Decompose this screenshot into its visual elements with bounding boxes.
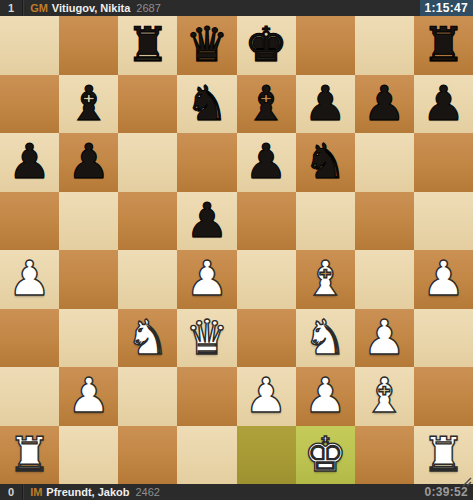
square-a8[interactable] [0,16,59,75]
black-pawn-piece[interactable]: ♟ [245,137,288,185]
white-pawn-piece[interactable]: ♟ [363,313,406,361]
square-g2[interactable]: ♝ [355,367,414,426]
square-a3[interactable] [0,309,59,368]
square-b7[interactable]: ♝ [59,75,118,134]
white-queen-piece[interactable]: ♛ [185,313,228,361]
square-e2[interactable]: ♟ [237,367,296,426]
white-king-piece[interactable]: ♚ [304,430,347,478]
square-c7[interactable] [118,75,177,134]
bottom-player-title: IM [30,484,42,500]
square-g4[interactable] [355,250,414,309]
square-g7[interactable]: ♟ [355,75,414,134]
chess-board: ♜♛♚♜♝♞♝♟♟♟♟♟♟♞♟♟♟♝♟♞♛♞♟♟♟♟♝♜♚♜ [0,16,473,484]
bottom-player-score: 0 [0,484,23,500]
white-knight-piece[interactable]: ♞ [304,313,347,361]
black-pawn-piece[interactable]: ♟ [8,137,51,185]
square-h6[interactable] [414,133,473,192]
square-a4[interactable]: ♟ [0,250,59,309]
square-h4[interactable]: ♟ [414,250,473,309]
square-c3[interactable]: ♞ [118,309,177,368]
square-g1[interactable] [355,426,414,485]
square-b2[interactable]: ♟ [59,367,118,426]
square-f2[interactable]: ♟ [296,367,355,426]
black-pawn-piece[interactable]: ♟ [67,137,110,185]
square-e8[interactable]: ♚ [237,16,296,75]
square-e6[interactable]: ♟ [237,133,296,192]
square-c4[interactable] [118,250,177,309]
black-pawn-piece[interactable]: ♟ [363,79,406,127]
resize-handle-icon[interactable] [461,476,472,487]
square-f7[interactable]: ♟ [296,75,355,134]
square-e4[interactable] [237,250,296,309]
square-d1[interactable] [177,426,236,485]
square-d2[interactable] [177,367,236,426]
square-g5[interactable] [355,192,414,251]
square-a2[interactable] [0,367,59,426]
square-b5[interactable] [59,192,118,251]
chess-broadcast-widget: 1 GM Vitiugov, Nikita 2687 1:15:47 ♜♛♚♜♝… [0,0,473,500]
top-player-rating: 2687 [136,0,160,16]
black-bishop-piece[interactable]: ♝ [245,79,288,127]
square-b4[interactable] [59,250,118,309]
white-pawn-piece[interactable]: ♟ [245,371,288,419]
square-f3[interactable]: ♞ [296,309,355,368]
square-f6[interactable]: ♞ [296,133,355,192]
black-queen-piece[interactable]: ♛ [185,20,228,68]
square-d8[interactable]: ♛ [177,16,236,75]
square-f5[interactable] [296,192,355,251]
black-rook-piece[interactable]: ♜ [126,20,169,68]
white-bishop-piece[interactable]: ♝ [363,371,406,419]
top-player-title: GM [30,0,48,16]
square-f8[interactable] [296,16,355,75]
square-f4[interactable]: ♝ [296,250,355,309]
square-g8[interactable] [355,16,414,75]
square-e1[interactable] [237,426,296,485]
square-c1[interactable] [118,426,177,485]
white-knight-piece[interactable]: ♞ [126,313,169,361]
square-g3[interactable]: ♟ [355,309,414,368]
square-f1[interactable]: ♚ [296,426,355,485]
square-d6[interactable] [177,133,236,192]
top-player-bar: 1 GM Vitiugov, Nikita 2687 1:15:47 [0,0,473,16]
square-h2[interactable] [414,367,473,426]
black-bishop-piece[interactable]: ♝ [67,79,110,127]
square-d4[interactable]: ♟ [177,250,236,309]
black-knight-piece[interactable]: ♞ [185,79,228,127]
square-c8[interactable]: ♜ [118,16,177,75]
square-h3[interactable] [414,309,473,368]
white-bishop-piece[interactable]: ♝ [304,254,347,302]
square-a1[interactable]: ♜ [0,426,59,485]
bottom-player-rating: 2462 [135,484,159,500]
top-player-name: Vitiugov, Nikita [52,0,130,16]
bottom-player-bar: 0 IM Pfreundt, Jakob 2462 0:39:52 [0,484,473,500]
square-b8[interactable] [59,16,118,75]
square-h7[interactable]: ♟ [414,75,473,134]
square-d7[interactable]: ♞ [177,75,236,134]
square-h8[interactable]: ♜ [414,16,473,75]
square-g6[interactable] [355,133,414,192]
square-b6[interactable]: ♟ [59,133,118,192]
black-pawn-piece[interactable]: ♟ [422,79,465,127]
black-pawn-piece[interactable]: ♟ [304,79,347,127]
white-rook-piece[interactable]: ♜ [422,430,465,478]
square-a6[interactable]: ♟ [0,133,59,192]
black-pawn-piece[interactable]: ♟ [185,196,228,244]
white-pawn-piece[interactable]: ♟ [185,254,228,302]
top-player-score: 1 [0,0,23,16]
square-c5[interactable] [118,192,177,251]
black-knight-piece[interactable]: ♞ [304,137,347,185]
square-d3[interactable]: ♛ [177,309,236,368]
white-pawn-piece[interactable]: ♟ [8,254,51,302]
square-b1[interactable] [59,426,118,485]
square-b3[interactable] [59,309,118,368]
top-clock: 1:15:47 [420,0,473,16]
square-d5[interactable]: ♟ [177,192,236,251]
square-a7[interactable] [0,75,59,134]
square-c2[interactable] [118,367,177,426]
white-pawn-piece[interactable]: ♟ [422,254,465,302]
black-rook-piece[interactable]: ♜ [422,20,465,68]
bottom-player-name: Pfreundt, Jakob [46,484,129,500]
square-h5[interactable] [414,192,473,251]
square-a5[interactable] [0,192,59,251]
black-king-piece[interactable]: ♚ [245,20,288,68]
square-e5[interactable] [237,192,296,251]
square-c6[interactable] [118,133,177,192]
square-e3[interactable] [237,309,296,368]
white-rook-piece[interactable]: ♜ [8,430,51,478]
white-pawn-piece[interactable]: ♟ [304,371,347,419]
white-pawn-piece[interactable]: ♟ [67,371,110,419]
square-e7[interactable]: ♝ [237,75,296,134]
